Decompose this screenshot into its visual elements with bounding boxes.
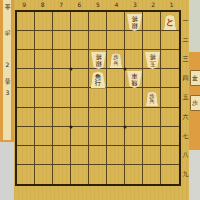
rank-coordinates: 一二三四五六七八九 [182, 12, 189, 184]
board-cell[interactable] [71, 50, 89, 69]
board-cell[interactable] [35, 69, 53, 88]
board-cell[interactable] [53, 88, 71, 107]
board-cell[interactable] [107, 108, 125, 127]
board-cell[interactable] [53, 12, 71, 31]
board-cell[interactable] [107, 12, 125, 31]
file-label: 1 [163, 0, 181, 10]
board-cell[interactable] [161, 165, 179, 184]
board-cell[interactable] [125, 127, 143, 146]
board-cell[interactable] [89, 165, 107, 184]
file-label: 3 [126, 0, 144, 10]
board-cell[interactable] [17, 69, 35, 88]
board-cell[interactable] [71, 127, 89, 146]
board-cell[interactable] [125, 88, 143, 107]
board-cell[interactable] [161, 69, 179, 88]
piece-kanji: 兵 [149, 99, 154, 104]
piece-kanji: 銀 [131, 23, 137, 29]
file-coordinates: 987654321 [15, 0, 181, 10]
rank-label: 五 [182, 88, 189, 107]
board-cell[interactable] [53, 108, 71, 127]
board-cell[interactable] [35, 12, 53, 31]
board-cell[interactable] [161, 127, 179, 146]
board-cell[interactable] [125, 146, 143, 165]
board-cell[interactable] [71, 88, 89, 107]
board-cell[interactable] [161, 88, 179, 107]
board-cell[interactable] [143, 108, 161, 127]
piece-kanji: 車 [131, 74, 137, 80]
captured-piece-glyph[interactable]: 歩 [3, 30, 12, 36]
board-cell[interactable] [107, 165, 125, 184]
rank-label: 四 [182, 69, 189, 88]
board-cell[interactable] [35, 31, 53, 50]
board-cell[interactable] [35, 88, 53, 107]
rank-label: 一 [182, 12, 189, 31]
rank-label: 八 [182, 146, 189, 165]
file-label: 2 [144, 0, 162, 10]
captured-piece-glyph[interactable]: 金 [3, 4, 12, 10]
board-cell[interactable] [35, 108, 53, 127]
file-label: 8 [33, 0, 51, 10]
captured-piece-glyph[interactable]: 3 [3, 90, 12, 96]
board-cell[interactable] [125, 165, 143, 184]
piece-kanji: 将 [95, 54, 101, 60]
hoshi-dot [124, 125, 127, 128]
komadai-tray [3, 0, 11, 140]
board-cell[interactable] [17, 165, 35, 184]
piece-kanji: 行 [95, 80, 101, 86]
board-cell[interactable] [143, 146, 161, 165]
board-cell[interactable] [89, 31, 107, 50]
board-cell[interactable] [53, 50, 71, 69]
board-cell[interactable] [71, 146, 89, 165]
piece-kanji: 銀 [95, 61, 101, 67]
panel-background [189, 0, 200, 52]
board-cell[interactable] [71, 69, 89, 88]
board-cell[interactable] [161, 108, 179, 127]
sente-komadai: 金歩 [189, 0, 200, 200]
board-cell[interactable] [35, 146, 53, 165]
board-cell[interactable] [161, 31, 179, 50]
board-cell[interactable] [125, 31, 143, 50]
piece-kanji: 将 [131, 16, 137, 22]
board-cell[interactable] [53, 127, 71, 146]
board-cell[interactable] [35, 50, 53, 69]
board-cell[interactable] [35, 165, 53, 184]
gote-komadai: 金歩2香3 [0, 0, 14, 200]
board-cell[interactable] [89, 127, 107, 146]
board-cell[interactable] [143, 165, 161, 184]
piece-kanji: 玉 [149, 61, 155, 67]
board-cell[interactable] [89, 146, 107, 165]
board-cell[interactable] [71, 31, 89, 50]
piece-kanji: 飛 [131, 80, 137, 86]
board-cell[interactable] [143, 31, 161, 50]
captured-piece-glyph[interactable]: 2 [3, 62, 12, 68]
hoshi-dot [70, 125, 73, 128]
file-label: 5 [89, 0, 107, 10]
file-label: 9 [15, 0, 33, 10]
piece-kanji: 兵 [113, 61, 118, 66]
hoshi-dot [124, 68, 127, 71]
board-cell[interactable] [89, 88, 107, 107]
board-cell[interactable] [71, 12, 89, 31]
board-cell[interactable] [125, 50, 143, 69]
board-cell[interactable] [17, 146, 35, 165]
rank-label: 九 [182, 165, 189, 184]
board-cell[interactable] [71, 108, 89, 127]
board-cell[interactable] [35, 127, 53, 146]
board-cell[interactable] [143, 127, 161, 146]
piece-kanji: と [166, 18, 175, 27]
board-cell[interactable] [107, 127, 125, 146]
board-cell[interactable] [107, 146, 125, 165]
board-cell[interactable] [71, 165, 89, 184]
board-cell[interactable] [125, 108, 143, 127]
board-cell[interactable] [17, 50, 35, 69]
board-cell[interactable] [53, 31, 71, 50]
rank-label: 七 [182, 127, 189, 146]
file-label: 7 [52, 0, 70, 10]
board-cell[interactable] [17, 12, 35, 31]
file-label: 6 [70, 0, 88, 10]
rank-label: 三 [182, 50, 189, 69]
captured-piece[interactable]: 金 [190, 70, 200, 86]
board-cell[interactable] [143, 12, 161, 31]
rank-label: 六 [182, 108, 189, 127]
board-frame: 銀将と銀将歩兵玉将角行飛車歩兵 [15, 10, 181, 186]
board-cell[interactable] [143, 69, 161, 88]
board-cell[interactable] [107, 69, 125, 88]
board-cell[interactable] [161, 50, 179, 69]
board-cell[interactable] [17, 88, 35, 107]
board-cell[interactable] [107, 31, 125, 50]
board-cell[interactable] [161, 146, 179, 165]
captured-piece[interactable]: 歩 [190, 95, 200, 111]
board-cell[interactable] [53, 165, 71, 184]
captured-piece-glyph[interactable]: 香 [3, 78, 12, 84]
board-cell[interactable] [53, 69, 71, 88]
board-cell[interactable] [107, 88, 125, 107]
board-cell[interactable] [17, 127, 35, 146]
board-cell[interactable] [17, 108, 35, 127]
file-label: 4 [107, 0, 125, 10]
board-cell[interactable] [17, 31, 35, 50]
board-cell[interactable] [89, 12, 107, 31]
board-cell[interactable] [53, 146, 71, 165]
piece-kanji: 将 [149, 54, 155, 60]
hoshi-dot [70, 68, 73, 71]
shogi-board: 987654321 一二三四五六七八九 銀将と銀将歩兵玉将角行飛車歩兵 [14, 0, 189, 200]
board-cell[interactable] [89, 108, 107, 127]
rank-label: 二 [182, 31, 189, 50]
